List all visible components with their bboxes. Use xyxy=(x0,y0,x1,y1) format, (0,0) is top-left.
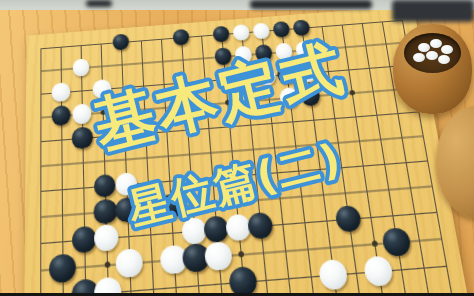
bowl-white-stone xyxy=(438,55,450,64)
stone-bowl xyxy=(393,24,472,114)
go-video-thumbnail: 基本定式 星位篇(二) xyxy=(0,0,474,296)
background-object xyxy=(86,0,112,7)
bowl-white-stone xyxy=(413,53,425,62)
background-object xyxy=(392,0,474,22)
bowl-white-stone xyxy=(426,51,438,60)
bowl-white-stone xyxy=(430,39,442,48)
bowl-opening xyxy=(404,33,461,73)
star-point xyxy=(104,261,110,267)
bowl-white-stone xyxy=(441,45,453,54)
star-point xyxy=(238,251,244,257)
